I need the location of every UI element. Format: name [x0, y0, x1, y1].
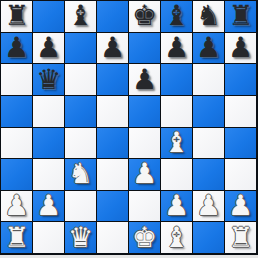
black-queen-piece[interactable]: ♛: [36, 66, 61, 94]
square-a4[interactable]: [1, 128, 32, 159]
square-b7[interactable]: ♟: [33, 33, 64, 64]
square-h7[interactable]: ♟: [225, 33, 256, 64]
square-b5[interactable]: [33, 96, 64, 127]
black-pawn-piece[interactable]: ♟: [36, 34, 61, 62]
square-e7[interactable]: [129, 33, 160, 64]
white-rook-piece[interactable]: ♜: [4, 224, 29, 252]
black-knight-piece[interactable]: ♞: [196, 2, 221, 30]
white-pawn-piece[interactable]: ♟: [164, 192, 189, 220]
square-b4[interactable]: [33, 128, 64, 159]
square-b3[interactable]: [33, 159, 64, 190]
square-e6[interactable]: ♟: [129, 64, 160, 95]
square-c7[interactable]: [65, 33, 96, 64]
white-pawn-piece[interactable]: ♟: [132, 160, 157, 188]
white-king-piece[interactable]: ♚: [132, 224, 157, 252]
square-h2[interactable]: ♟: [225, 191, 256, 222]
square-f2[interactable]: ♟: [161, 191, 192, 222]
square-h6[interactable]: [225, 64, 256, 95]
black-bishop-piece[interactable]: ♝: [68, 2, 93, 30]
square-e2[interactable]: [129, 191, 160, 222]
black-rook-piece[interactable]: ♜: [4, 2, 29, 30]
white-pawn-piece[interactable]: ♟: [196, 192, 221, 220]
square-e1[interactable]: ♚: [129, 222, 160, 253]
chess-app-window: ♜♝♚♝♞♜♟♟♟♟♟♟♛♟♝♞♟♟♟♟♟♟♜♛♚♝♜: [0, 0, 258, 258]
black-rook-piece[interactable]: ♜: [228, 2, 253, 30]
square-c4[interactable]: [65, 128, 96, 159]
square-c5[interactable]: [65, 96, 96, 127]
black-pawn-piece[interactable]: ♟: [228, 34, 253, 62]
white-knight-piece[interactable]: ♞: [68, 160, 93, 188]
square-h5[interactable]: [225, 96, 256, 127]
square-d5[interactable]: [97, 96, 128, 127]
square-f6[interactable]: [161, 64, 192, 95]
square-e3[interactable]: ♟: [129, 159, 160, 190]
square-d6[interactable]: [97, 64, 128, 95]
square-b8[interactable]: [33, 1, 64, 32]
square-h3[interactable]: [225, 159, 256, 190]
white-pawn-piece[interactable]: ♟: [228, 192, 253, 220]
square-g6[interactable]: [193, 64, 224, 95]
square-d1[interactable]: [97, 222, 128, 253]
black-bishop-piece[interactable]: ♝: [164, 2, 189, 30]
black-pawn-piece[interactable]: ♟: [132, 66, 157, 94]
white-rook-piece[interactable]: ♜: [228, 224, 253, 252]
square-a8[interactable]: ♜: [1, 1, 32, 32]
square-d7[interactable]: ♟: [97, 33, 128, 64]
square-f1[interactable]: ♝: [161, 222, 192, 253]
square-g8[interactable]: ♞: [193, 1, 224, 32]
square-e8[interactable]: ♚: [129, 1, 160, 32]
white-queen-piece[interactable]: ♛: [68, 224, 93, 252]
square-e5[interactable]: [129, 96, 160, 127]
square-c8[interactable]: ♝: [65, 1, 96, 32]
black-pawn-piece[interactable]: ♟: [4, 34, 29, 62]
square-e4[interactable]: [129, 128, 160, 159]
white-bishop-piece[interactable]: ♝: [164, 224, 189, 252]
square-h1[interactable]: ♜: [225, 222, 256, 253]
square-f8[interactable]: ♝: [161, 1, 192, 32]
square-g2[interactable]: ♟: [193, 191, 224, 222]
square-b2[interactable]: ♟: [33, 191, 64, 222]
square-h4[interactable]: [225, 128, 256, 159]
square-b1[interactable]: [33, 222, 64, 253]
square-f3[interactable]: [161, 159, 192, 190]
square-h8[interactable]: ♜: [225, 1, 256, 32]
square-f5[interactable]: [161, 96, 192, 127]
square-d3[interactable]: [97, 159, 128, 190]
white-pawn-piece[interactable]: ♟: [4, 192, 29, 220]
square-a3[interactable]: [1, 159, 32, 190]
square-c2[interactable]: [65, 191, 96, 222]
square-a2[interactable]: ♟: [1, 191, 32, 222]
square-d2[interactable]: [97, 191, 128, 222]
square-a7[interactable]: ♟: [1, 33, 32, 64]
square-a1[interactable]: ♜: [1, 222, 32, 253]
square-c3[interactable]: ♞: [65, 159, 96, 190]
square-a6[interactable]: [1, 64, 32, 95]
white-pawn-piece[interactable]: ♟: [36, 192, 61, 220]
black-king-piece[interactable]: ♚: [132, 2, 157, 30]
square-a5[interactable]: [1, 96, 32, 127]
square-c6[interactable]: [65, 64, 96, 95]
black-pawn-piece[interactable]: ♟: [164, 34, 189, 62]
square-f7[interactable]: ♟: [161, 33, 192, 64]
square-f4[interactable]: ♝: [161, 128, 192, 159]
square-g5[interactable]: [193, 96, 224, 127]
square-g7[interactable]: ♟: [193, 33, 224, 64]
chess-board: ♜♝♚♝♞♜♟♟♟♟♟♟♛♟♝♞♟♟♟♟♟♟♜♛♚♝♜: [1, 1, 256, 253]
square-g1[interactable]: [193, 222, 224, 253]
black-pawn-piece[interactable]: ♟: [196, 34, 221, 62]
square-d4[interactable]: [97, 128, 128, 159]
square-g3[interactable]: [193, 159, 224, 190]
white-bishop-piece[interactable]: ♝: [164, 129, 189, 157]
square-d8[interactable]: [97, 1, 128, 32]
square-c1[interactable]: ♛: [65, 222, 96, 253]
black-pawn-piece[interactable]: ♟: [100, 34, 125, 62]
square-b6[interactable]: ♛: [33, 64, 64, 95]
square-g4[interactable]: [193, 128, 224, 159]
